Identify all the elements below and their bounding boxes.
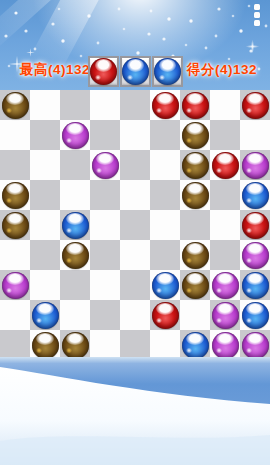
board-cell-2-6[interactable] xyxy=(180,150,210,180)
board-cell-0-2[interactable] xyxy=(60,90,90,120)
board-cell-8-7[interactable] xyxy=(210,330,240,360)
best-score-label: 最高(4)132 xyxy=(20,61,90,79)
brown-ball[interactable] xyxy=(62,332,89,359)
brown-ball[interactable] xyxy=(182,152,209,179)
board-cell-7-2[interactable] xyxy=(60,300,90,330)
red-ball[interactable] xyxy=(212,152,239,179)
red-ball[interactable] xyxy=(242,92,269,119)
board-cell-5-1[interactable] xyxy=(30,240,60,270)
board-cell-4-5[interactable] xyxy=(150,210,180,240)
board-cell-0-0[interactable] xyxy=(0,90,30,120)
board-cell-6-2[interactable] xyxy=(60,270,90,300)
blue-ball[interactable] xyxy=(152,272,179,299)
board-cell-5-5[interactable] xyxy=(150,240,180,270)
board-cell-1-3[interactable] xyxy=(90,120,120,150)
board-cell-1-6[interactable] xyxy=(180,120,210,150)
board-cell-3-5[interactable] xyxy=(150,180,180,210)
board-cell-0-4[interactable] xyxy=(120,90,150,120)
board-cell-7-8[interactable] xyxy=(240,300,270,330)
blue-ball[interactable] xyxy=(242,182,269,209)
board-cell-2-4[interactable] xyxy=(120,150,150,180)
game-screen: 最高(4)132 得分(4)132 xyxy=(0,0,270,465)
purple-ball[interactable] xyxy=(242,152,269,179)
board-cell-4-2[interactable] xyxy=(60,210,90,240)
red-ball[interactable] xyxy=(152,302,179,329)
board-cell-4-4[interactable] xyxy=(120,210,150,240)
snowfall-dots xyxy=(0,0,2,2)
sparkle-icon xyxy=(26,48,35,57)
menu-dot xyxy=(254,20,260,26)
board-cell-3-7[interactable] xyxy=(210,180,240,210)
sparkle-icon xyxy=(246,40,259,53)
board-cell-2-3[interactable] xyxy=(90,150,120,180)
board-cell-5-3[interactable] xyxy=(90,240,120,270)
board-cell-1-1[interactable] xyxy=(30,120,60,150)
board-cell-4-6[interactable] xyxy=(180,210,210,240)
board-cell-1-5[interactable] xyxy=(150,120,180,150)
purple-ball[interactable] xyxy=(212,302,239,329)
board-cell-5-6[interactable] xyxy=(180,240,210,270)
purple-ball[interactable] xyxy=(2,272,29,299)
board-cell-3-4[interactable] xyxy=(120,180,150,210)
brown-ball[interactable] xyxy=(182,182,209,209)
board-cell-7-4[interactable] xyxy=(120,300,150,330)
blue-ball[interactable] xyxy=(182,332,209,359)
board-cell-4-8[interactable] xyxy=(240,210,270,240)
board-cell-2-7[interactable] xyxy=(210,150,240,180)
board-cell-0-7[interactable] xyxy=(210,90,240,120)
board-cell-6-3[interactable] xyxy=(90,270,120,300)
board-cell-5-8[interactable] xyxy=(240,240,270,270)
purple-ball[interactable] xyxy=(92,152,119,179)
brown-ball[interactable] xyxy=(182,242,209,269)
board-cell-4-3[interactable] xyxy=(90,210,120,240)
board-cell-6-8[interactable] xyxy=(240,270,270,300)
brown-ball[interactable] xyxy=(182,272,209,299)
board-cell-3-0[interactable] xyxy=(0,180,30,210)
board-cell-4-7[interactable] xyxy=(210,210,240,240)
blue-ball[interactable] xyxy=(32,302,59,329)
red-ball[interactable] xyxy=(182,92,209,119)
board-cell-3-3[interactable] xyxy=(90,180,120,210)
board-cell-0-3[interactable] xyxy=(90,90,120,120)
board-cell-7-1[interactable] xyxy=(30,300,60,330)
board-cell-8-1[interactable] xyxy=(30,330,60,360)
board-cell-8-8[interactable] xyxy=(240,330,270,360)
board-cell-7-0[interactable] xyxy=(0,300,30,330)
board-cell-6-6[interactable] xyxy=(180,270,210,300)
board-cell-2-2[interactable] xyxy=(60,150,90,180)
board-cell-4-0[interactable] xyxy=(0,210,30,240)
board-cell-5-0[interactable] xyxy=(0,240,30,270)
brown-ball[interactable] xyxy=(2,182,29,209)
board-cell-1-2[interactable] xyxy=(60,120,90,150)
board-cell-5-2[interactable] xyxy=(60,240,90,270)
board xyxy=(0,90,270,360)
board-cell-1-4[interactable] xyxy=(120,120,150,150)
next-ball-slot xyxy=(88,56,119,87)
board-cell-3-1[interactable] xyxy=(30,180,60,210)
blue-ball[interactable] xyxy=(242,272,269,299)
purple-ball[interactable] xyxy=(212,332,239,359)
board-cell-2-8[interactable] xyxy=(240,150,270,180)
board-cell-1-0[interactable] xyxy=(0,120,30,150)
board-cell-4-1[interactable] xyxy=(30,210,60,240)
board-cell-2-1[interactable] xyxy=(30,150,60,180)
board-cell-2-5[interactable] xyxy=(150,150,180,180)
board-cell-0-6[interactable] xyxy=(180,90,210,120)
board-cell-6-1[interactable] xyxy=(30,270,60,300)
board-cell-7-3[interactable] xyxy=(90,300,120,330)
overflow-menu-icon[interactable] xyxy=(254,4,262,26)
brown-ball[interactable] xyxy=(62,242,89,269)
board-cell-3-6[interactable] xyxy=(180,180,210,210)
next-balls-tray xyxy=(88,56,184,87)
board-cell-2-0[interactable] xyxy=(0,150,30,180)
blue-ball[interactable] xyxy=(62,212,89,239)
brown-ball[interactable] xyxy=(2,212,29,239)
next-blue-ball xyxy=(154,58,181,85)
blue-ball[interactable] xyxy=(242,302,269,329)
board-cell-8-0[interactable] xyxy=(0,330,30,360)
board-cell-8-5[interactable] xyxy=(150,330,180,360)
next-red-ball xyxy=(90,58,117,85)
board-cell-7-7[interactable] xyxy=(210,300,240,330)
board-cell-5-4[interactable] xyxy=(120,240,150,270)
purple-ball[interactable] xyxy=(212,272,239,299)
menu-dot xyxy=(254,4,260,10)
board-cell-8-2[interactable] xyxy=(60,330,90,360)
board-cell-7-5[interactable] xyxy=(150,300,180,330)
board-cell-1-7[interactable] xyxy=(210,120,240,150)
board-cell-8-3[interactable] xyxy=(90,330,120,360)
next-ball-slot xyxy=(152,56,183,87)
board-cell-1-8[interactable] xyxy=(240,120,270,150)
board-cell-8-6[interactable] xyxy=(180,330,210,360)
board-cell-6-7[interactable] xyxy=(210,270,240,300)
brown-ball[interactable] xyxy=(182,122,209,149)
purple-ball[interactable] xyxy=(242,242,269,269)
current-score-label: 得分(4)132 xyxy=(187,61,257,79)
red-ball[interactable] xyxy=(152,92,179,119)
board-cell-3-2[interactable] xyxy=(60,180,90,210)
board-cell-0-8[interactable] xyxy=(240,90,270,120)
board-cell-0-5[interactable] xyxy=(150,90,180,120)
board-cell-7-6[interactable] xyxy=(180,300,210,330)
brown-ball[interactable] xyxy=(32,332,59,359)
menu-dot xyxy=(254,12,260,18)
brown-ball[interactable] xyxy=(2,92,29,119)
board-cell-8-4[interactable] xyxy=(120,330,150,360)
next-blue-ball xyxy=(122,58,149,85)
board-cell-6-5[interactable] xyxy=(150,270,180,300)
board-cell-0-1[interactable] xyxy=(30,90,60,120)
board-cell-6-0[interactable] xyxy=(0,270,30,300)
board-cell-6-4[interactable] xyxy=(120,270,150,300)
board-cell-5-7[interactable] xyxy=(210,240,240,270)
board-cell-3-8[interactable] xyxy=(240,180,270,210)
snow-hill-graphic xyxy=(0,357,270,465)
red-ball[interactable] xyxy=(242,212,269,239)
purple-ball[interactable] xyxy=(242,332,269,359)
next-ball-slot xyxy=(120,56,151,87)
purple-ball[interactable] xyxy=(62,122,89,149)
